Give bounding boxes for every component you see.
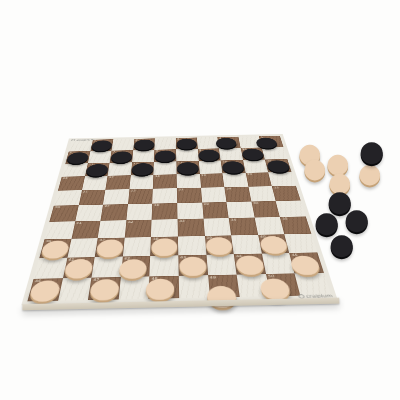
square-2[interactable]: 2● [133, 138, 155, 150]
square-24[interactable]: 24 [224, 187, 251, 202]
off-board-black-piece[interactable]: ● [329, 230, 354, 259]
board-wrapper: 1●2●3●4●5●6●7●8●9●10●11●12●13●14●15●1617… [15, 0, 338, 311]
square-17[interactable]: 17 [105, 175, 130, 189]
square-number: 32 [128, 220, 134, 224]
light-square [227, 202, 255, 219]
white-man[interactable]: ● [149, 233, 179, 257]
square-7[interactable]: 7● [110, 150, 133, 163]
square-3[interactable]: 3● [176, 138, 198, 150]
square-32[interactable]: 32 [125, 220, 152, 238]
square-18[interactable]: 18 [153, 174, 177, 188]
square-number: 24 [226, 187, 231, 190]
square-38[interactable]: 38● [150, 237, 178, 256]
black-man[interactable]: ● [219, 158, 246, 174]
square-29[interactable]: 29 [202, 202, 229, 219]
square-number: 21 [83, 190, 89, 193]
square-number: 35 [282, 217, 288, 221]
square-47[interactable]: 47● [88, 277, 121, 300]
square-8[interactable]: 8● [154, 149, 176, 162]
square-number: 19 [201, 174, 206, 177]
square-33[interactable]: 33 [178, 219, 205, 237]
square-number: 31 [76, 221, 82, 225]
square-number: 29 [204, 202, 209, 206]
white-man[interactable]: ● [203, 232, 235, 256]
square-27[interactable]: 27 [101, 204, 128, 221]
square-5[interactable]: 5● [259, 136, 283, 148]
off-board-white-piece[interactable]: ● [303, 154, 327, 181]
square-number: 16 [62, 177, 68, 180]
square-number: 25 [274, 186, 280, 189]
square-number: 18 [155, 175, 160, 178]
square-14[interactable]: 14● [221, 160, 246, 173]
square-4[interactable]: 4● [217, 137, 240, 149]
light-square [75, 205, 103, 222]
square-25[interactable]: 25 [272, 186, 301, 201]
square-45[interactable]: 45● [290, 252, 324, 273]
black-man[interactable]: ● [175, 159, 200, 175]
square-number: 30 [253, 201, 259, 205]
light-square [126, 204, 152, 221]
white-man[interactable]: ● [87, 273, 123, 301]
square-number: 34 [231, 218, 237, 222]
square-34[interactable]: 34 [229, 218, 258, 236]
square-11[interactable]: 11● [85, 163, 110, 176]
square-16[interactable]: 16 [58, 176, 85, 190]
square-46[interactable]: 46● [27, 278, 62, 301]
white-man[interactable]: ● [144, 273, 177, 301]
off-board-black-piece[interactable]: ● [359, 137, 384, 166]
square-number: 33 [179, 219, 184, 223]
white-man[interactable]: ● [286, 250, 324, 276]
square-number: 27 [104, 204, 110, 208]
checkers-board: 1●2●3●4●5●6●7●8●9●10●11●12●13●14●15●1617… [21, 134, 337, 305]
square-10[interactable]: 10● [241, 147, 266, 159]
square-13[interactable]: 13● [176, 161, 199, 174]
square-number: 26 [54, 206, 60, 210]
square-15[interactable]: 15● [265, 159, 291, 172]
black-man[interactable]: ● [84, 160, 111, 176]
square-number: 20 [247, 173, 252, 176]
square-40[interactable]: 40● [258, 234, 290, 253]
light-square [54, 190, 82, 205]
white-man[interactable]: ● [26, 274, 65, 302]
square-number: 23 [178, 188, 183, 191]
black-man[interactable]: ● [264, 157, 293, 173]
light-square [177, 203, 203, 220]
square-19[interactable]: 19 [200, 173, 225, 187]
square-number: 17 [109, 176, 114, 179]
square-12[interactable]: 12● [131, 162, 154, 175]
black-man[interactable]: ● [175, 135, 199, 149]
brand-logo-icon [71, 139, 76, 141]
square-number: 22 [131, 189, 136, 192]
square-48[interactable]: 48● [149, 276, 179, 299]
square-21[interactable]: 21 [78, 190, 105, 205]
square-23[interactable]: 23 [177, 188, 202, 203]
light-square [103, 189, 129, 204]
white-man[interactable]: ● [256, 272, 294, 300]
square-22[interactable]: 22 [128, 189, 153, 204]
board-grid: 1●2●3●4●5●6●7●8●9●10●11●12●13●14●15●1617… [27, 136, 331, 302]
light-square [153, 188, 178, 203]
black-man[interactable]: ● [196, 146, 221, 161]
black-man[interactable]: ● [130, 159, 156, 175]
black-man[interactable]: ● [153, 147, 177, 162]
square-49[interactable]: 49● [208, 275, 240, 298]
square-28[interactable]: 28 [152, 203, 178, 220]
square-43[interactable]: 43● [178, 255, 207, 276]
product-photo-scene: 1●2●3●4●5●6●7●8●9●10●11●12●13●14●15●1617… [0, 0, 400, 400]
black-man[interactable]: ● [132, 136, 156, 150]
light-square [201, 187, 227, 202]
square-39[interactable]: 39● [205, 235, 234, 254]
square-9[interactable]: 9● [198, 148, 221, 161]
white-man[interactable]: ● [177, 251, 209, 277]
light-square [276, 200, 306, 216]
square-number: 28 [154, 203, 159, 207]
square-26[interactable]: 26 [49, 205, 78, 222]
